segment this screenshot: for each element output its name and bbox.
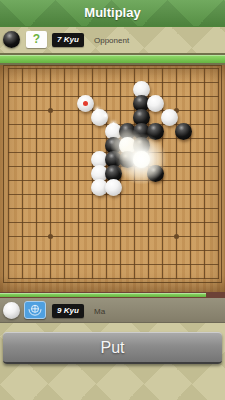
- opponent-stone-icon: [3, 31, 20, 48]
- my-rank-badge: 9 Kyu: [52, 304, 84, 318]
- opponent-avatar: ?: [26, 31, 47, 48]
- opponent-rank-badge: 7 Kyu: [52, 33, 84, 47]
- board-grid[interactable]: [8, 68, 219, 279]
- star-point: [48, 108, 53, 113]
- opponent-timer-fill: [0, 55, 225, 63]
- stone-white: [147, 95, 164, 112]
- star-point: [48, 234, 53, 239]
- stone-black: [147, 123, 164, 140]
- stone-white: [105, 179, 122, 196]
- my-avatar-un-flag: [24, 301, 46, 319]
- last-move-red-dot: [83, 101, 88, 106]
- stone-black: [175, 123, 192, 140]
- game-board[interactable]: [0, 65, 225, 292]
- stone-black: [147, 165, 164, 182]
- put-button[interactable]: Put: [3, 332, 222, 364]
- stone-white: [133, 151, 150, 168]
- stone-white: [161, 109, 178, 126]
- sparkle-dot: [104, 114, 107, 117]
- star-point: [174, 234, 179, 239]
- sparkle-dot: [96, 108, 99, 111]
- opponent-name: Opponent: [94, 36, 129, 45]
- page-title: Multiplay: [0, 0, 225, 26]
- my-timer-fill: [0, 293, 206, 297]
- app-screen: Multiplay ? 7 Kyu Opponent: [0, 0, 225, 400]
- sparkle-dot: [112, 122, 115, 125]
- opponent-timer: [0, 53, 225, 65]
- my-player-bar: 9 Kyu Ma: [0, 298, 225, 323]
- header-bar: Multiplay: [0, 0, 225, 27]
- my-stone-icon: [3, 302, 20, 319]
- opponent-bar: ? 7 Kyu Opponent: [0, 27, 225, 53]
- my-name: Ma: [94, 307, 105, 316]
- stone-white: [77, 95, 94, 112]
- un-emblem-icon: [25, 302, 45, 318]
- stone-white: [91, 109, 108, 126]
